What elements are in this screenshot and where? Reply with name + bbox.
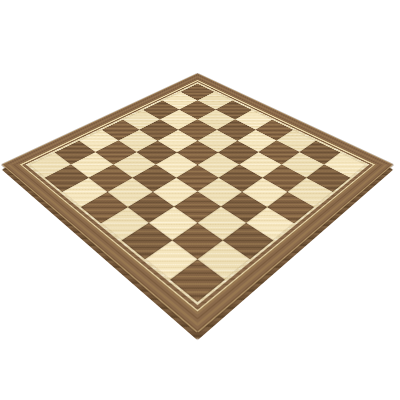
board-squares-grid [29, 83, 366, 301]
perspective-stage [0, 0, 400, 400]
chess-board [2, 73, 394, 333]
product-photo [0, 0, 400, 400]
board-frame [3, 73, 392, 330]
